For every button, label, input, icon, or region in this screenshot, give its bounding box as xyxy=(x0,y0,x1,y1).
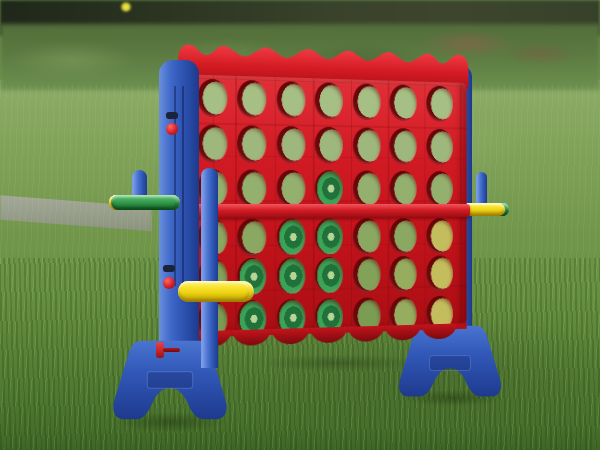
cell-r1c4[interactable] xyxy=(315,82,343,119)
cell-r5c7[interactable] xyxy=(426,255,453,291)
cell-r2c5[interactable] xyxy=(352,127,380,164)
release-handle-rod[interactable] xyxy=(163,348,180,352)
cell-r2c7[interactable] xyxy=(426,129,453,165)
cell-r3c6[interactable] xyxy=(389,171,416,207)
yellow-flower xyxy=(120,2,132,12)
cell-r5c5[interactable] xyxy=(352,256,380,293)
cell-r4c2[interactable] xyxy=(237,219,266,257)
cell-r1c6[interactable] xyxy=(389,84,416,121)
cell-r4c3[interactable] xyxy=(276,219,305,256)
cell-r1c5[interactable] xyxy=(352,83,380,120)
cell-r3c5[interactable] xyxy=(352,170,380,206)
cell-r1c1[interactable] xyxy=(197,79,227,117)
cell-r2c3[interactable] xyxy=(276,126,305,163)
cell-r2c2[interactable] xyxy=(237,125,266,163)
cell-r5c3[interactable] xyxy=(276,257,305,294)
cell-r3c4[interactable] xyxy=(315,170,343,207)
bolt-slot-lower xyxy=(163,265,175,272)
cell-r5c4[interactable] xyxy=(315,257,343,294)
red-knob-upper[interactable] xyxy=(166,123,178,135)
cell-r4c7[interactable] xyxy=(426,218,453,254)
cell-r3c3[interactable] xyxy=(276,170,305,207)
cell-r4c5[interactable] xyxy=(352,218,380,255)
cell-r5c6[interactable] xyxy=(389,256,416,292)
cell-r3c2[interactable] xyxy=(237,170,266,207)
bolt-slot-upper xyxy=(166,112,178,119)
red-knob-lower[interactable] xyxy=(163,277,175,289)
cell-r2c4[interactable] xyxy=(315,127,343,164)
cell-r1c7[interactable] xyxy=(426,85,453,121)
cell-r2c1[interactable] xyxy=(197,124,227,162)
disc-yellow[interactable] xyxy=(178,281,250,302)
outdoor-scene xyxy=(0,0,600,450)
board-center-rail xyxy=(176,204,470,218)
cell-r3c7[interactable] xyxy=(426,171,453,207)
cell-r4c4[interactable] xyxy=(315,218,343,255)
cell-r4c6[interactable] xyxy=(389,218,416,254)
embossed-logo-plate xyxy=(147,372,192,389)
cell-r1c2[interactable] xyxy=(237,80,266,118)
cell-r1c3[interactable] xyxy=(276,81,305,119)
disc-green[interactable] xyxy=(111,195,178,210)
game-board xyxy=(176,38,470,370)
cell-r2c6[interactable] xyxy=(389,128,416,164)
front-disc-pole xyxy=(201,168,218,368)
